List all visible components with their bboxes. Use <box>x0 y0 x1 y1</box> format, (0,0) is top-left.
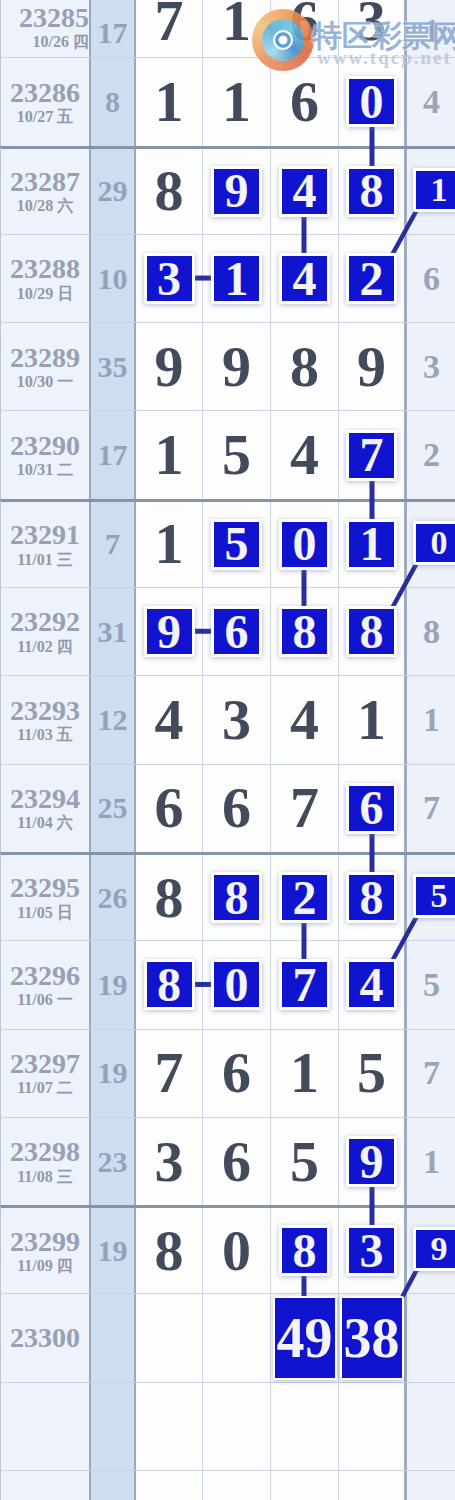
digit-cell: 0 <box>203 941 271 1028</box>
digit-cell: 49 <box>271 1294 339 1381</box>
digit-cell <box>203 1294 271 1381</box>
sum-cell: 29 <box>91 149 136 234</box>
draw-number: 23293 <box>10 696 80 725</box>
draw-date-cell <box>1 1471 91 1500</box>
table-row <box>0 1470 455 1500</box>
draw-date-cell <box>1 1383 91 1470</box>
sum-cell: 17 <box>91 411 136 498</box>
digit-value: 4 <box>290 691 319 749</box>
draw-date: 11/07 二 <box>17 1078 73 1097</box>
highlighted-digit-box: 8 <box>346 166 397 217</box>
tail-cell <box>407 1383 455 1470</box>
digit-value: 7 <box>290 779 319 837</box>
tail-value: 1 <box>423 701 440 739</box>
digit-cell: 38 <box>339 1294 407 1381</box>
draw-date-cell: 2328610/27 五 <box>1 58 91 145</box>
highlighted-digit-box: 4 <box>346 959 397 1010</box>
digit-cell: 8 <box>136 1208 203 1293</box>
table-row: 2329111/01 三71501 <box>0 499 455 587</box>
draw-date: 10/28 六 <box>17 196 73 215</box>
draw-number: 23287 <box>10 167 80 196</box>
highlighted-digit-box: 8 <box>279 1225 330 1276</box>
draw-number: 23299 <box>10 1227 80 1256</box>
highlighted-digit-box: 8 <box>144 959 195 1010</box>
digit-cell: 6 <box>203 1118 271 1205</box>
table-row <box>0 1382 455 1470</box>
digit-value: 5 <box>290 1133 319 1191</box>
digit-cell <box>271 1471 339 1500</box>
highlighted-digit-box: 1 <box>211 253 262 304</box>
digit-cell: 5 <box>203 411 271 498</box>
highlighted-digit-box: 9 <box>211 166 262 217</box>
digit-cell: 7 <box>271 765 339 852</box>
digit-cell: 9 <box>339 323 407 410</box>
digit-cell: 2 <box>271 855 339 940</box>
highlighted-digit-box: 0 <box>346 76 397 127</box>
digit-cell: 7 <box>339 411 407 498</box>
digit-cell: 1 <box>339 502 407 587</box>
digit-value: 3 <box>357 0 386 50</box>
digit-cell: 9 <box>203 149 271 234</box>
digit-cell: 6 <box>271 0 339 57</box>
digit-value: 6 <box>155 779 184 837</box>
highlighted-digit-box: 3 <box>346 1225 397 1276</box>
digit-cell: 4 <box>136 676 203 763</box>
digit-cell: 8 <box>203 855 271 940</box>
tail-cell: 1 <box>407 0 455 57</box>
digit-value: 1 <box>155 515 184 573</box>
digit-cell: 1 <box>203 58 271 145</box>
table-row: 2329711/07 二1976157 <box>0 1029 455 1117</box>
digit-cell: 8 <box>339 855 407 940</box>
digit-cell: 8 <box>271 1208 339 1293</box>
tail-cell: 1 <box>407 1118 455 1205</box>
digit-cell: 0 <box>271 502 339 587</box>
digit-cell: 8 <box>271 588 339 675</box>
highlighted-digit-box: 9 <box>346 1136 397 1187</box>
sum-value: 19 <box>98 1056 128 1090</box>
table-row: 2329211/02 四3196888 <box>0 587 455 675</box>
digit-value: 8 <box>155 1222 184 1280</box>
hint-digit-box: 5 <box>413 874 455 918</box>
digit-cell: 6 <box>271 58 339 145</box>
table-row: 2329911/09 四198083 <box>0 1205 455 1293</box>
digit-cell: 8 <box>339 149 407 234</box>
digit-cell: 6 <box>203 588 271 675</box>
draw-date: 11/05 日 <box>17 903 73 922</box>
draw-number: 23300 <box>10 1323 80 1352</box>
highlighted-digit-box: 9 <box>144 606 195 657</box>
digit-cell: 8 <box>136 149 203 234</box>
digit-value: 1 <box>155 426 184 484</box>
digit-cell: 8 <box>339 588 407 675</box>
digit-cell: 9 <box>339 1118 407 1205</box>
tail-value: 1 <box>423 12 440 50</box>
digit-cell: 0 <box>203 1208 271 1293</box>
tail-value: 7 <box>423 789 440 827</box>
tail-cell: 5 <box>407 941 455 1028</box>
draw-date-cell: 2329211/02 四 <box>1 588 91 675</box>
draw-date: 11/09 四 <box>17 1256 73 1275</box>
sum-value: 26 <box>98 881 128 915</box>
digit-value: 0 <box>222 1222 251 1280</box>
sum-cell: 7 <box>91 502 136 587</box>
highlighted-digit-box: 8 <box>279 606 330 657</box>
hint-digit-box: 9 <box>413 1227 455 1271</box>
draw-date-cell: 23300 <box>1 1294 91 1381</box>
highlighted-digit-box: 3 <box>144 253 195 304</box>
digit-cell: 5 <box>203 502 271 587</box>
highlighted-digit-box: 0 <box>279 519 330 570</box>
tail-value: 1 <box>423 1143 440 1181</box>
draw-number: 23285 <box>19 3 89 32</box>
highlighted-digit-box: 6 <box>211 606 262 657</box>
draw-number: 23295 <box>10 873 80 902</box>
tail-cell: 2 <box>407 411 455 498</box>
tail-value: 3 <box>423 348 440 386</box>
sum-cell: 8 <box>91 58 136 145</box>
sum-value: 10 <box>98 262 128 296</box>
sum-cell: 35 <box>91 323 136 410</box>
digit-cell: 8 <box>136 941 203 1028</box>
digit-cell <box>136 1294 203 1381</box>
digit-cell: 4 <box>339 941 407 1028</box>
draw-number: 23294 <box>10 784 80 813</box>
table-row: 2328910/30 一3599893 <box>0 322 455 410</box>
highlighted-digit-box: 2 <box>279 872 330 923</box>
digit-cell: 1 <box>136 58 203 145</box>
sum-value: 25 <box>98 791 128 825</box>
tail-cell: 1 <box>407 676 455 763</box>
digit-cell: 4 <box>271 676 339 763</box>
digit-cell <box>339 1471 407 1500</box>
sum-cell: 19 <box>91 941 136 1028</box>
tail-cell: 7 <box>407 765 455 852</box>
digit-value: 1 <box>155 73 184 131</box>
tail-value: 2 <box>423 436 440 474</box>
table-row: 2329511/05 日268828 <box>0 852 455 940</box>
digit-value: 6 <box>290 73 319 131</box>
highlighted-digit-box: 2 <box>346 253 397 304</box>
sum-value: 23 <box>98 1145 128 1179</box>
hint-digit-box: 0 <box>413 521 455 565</box>
digit-value: 5 <box>222 426 251 484</box>
digit-cell <box>339 1383 407 1470</box>
draw-number: 23297 <box>10 1049 80 1078</box>
digit-cell: 1 <box>271 1030 339 1117</box>
sum-cell: 25 <box>91 765 136 852</box>
table-row: 2329811/08 三2336591 <box>0 1117 455 1205</box>
digit-value: 8 <box>155 869 184 927</box>
lottery-trend-chart: 2328510/26 四17716312328610/27 五811604232… <box>0 0 455 1500</box>
highlighted-digit-box: 7 <box>279 959 330 1010</box>
draw-date: 10/29 日 <box>17 284 73 303</box>
sum-value: 29 <box>98 174 128 208</box>
digit-value: 8 <box>290 338 319 396</box>
table-row: 2329311/03 五1243411 <box>0 675 455 763</box>
sum-value: 8 <box>105 85 120 119</box>
sum-cell <box>91 1383 136 1470</box>
table-row: 2328710/28 六298948 <box>0 146 455 234</box>
sum-value: 19 <box>98 968 128 1002</box>
sum-cell: 10 <box>91 235 136 322</box>
digit-cell: 9 <box>136 323 203 410</box>
digit-value: 5 <box>357 1044 386 1102</box>
digit-cell: 7 <box>136 1030 203 1117</box>
digit-cell: 6 <box>136 765 203 852</box>
sum-cell: 17 <box>91 0 136 57</box>
digit-value: 6 <box>222 1044 251 1102</box>
digit-cell: 8 <box>271 323 339 410</box>
sum-cell: 12 <box>91 676 136 763</box>
digit-value: 7 <box>155 0 184 50</box>
digit-cell <box>271 1383 339 1470</box>
sum-value: 19 <box>98 1234 128 1268</box>
digit-cell: 7 <box>136 0 203 57</box>
draw-date: 10/27 五 <box>17 107 73 126</box>
draw-number: 23286 <box>10 78 80 107</box>
sum-value: 31 <box>98 615 128 649</box>
table-row: 2329411/04 六2566767 <box>0 764 455 852</box>
draw-date: 11/03 五 <box>17 725 73 744</box>
tail-value: 7 <box>423 1054 440 1092</box>
digit-cell: 2 <box>339 235 407 322</box>
digit-value: 9 <box>222 338 251 396</box>
digit-cell: 4 <box>271 149 339 234</box>
sum-value: 35 <box>98 350 128 384</box>
sum-value: 17 <box>98 438 128 472</box>
highlighted-digit-box: 1 <box>346 519 397 570</box>
digit-cell: 3 <box>339 1208 407 1293</box>
digit-cell: 6 <box>203 1030 271 1117</box>
tail-cell: 8 <box>407 588 455 675</box>
digit-cell <box>136 1383 203 1470</box>
digit-value: 4 <box>155 691 184 749</box>
draw-date: 11/02 四 <box>17 637 73 656</box>
draw-number: 23296 <box>10 961 80 990</box>
table-row: 233004938 <box>0 1293 455 1381</box>
draw-date-cell: 2328510/26 四 <box>1 0 91 57</box>
draw-number: 23290 <box>10 431 80 460</box>
highlighted-digit-box: 5 <box>211 519 262 570</box>
tail-cell <box>407 1294 455 1381</box>
digit-cell: 3 <box>136 235 203 322</box>
digit-cell: 1 <box>339 676 407 763</box>
draw-number: 23288 <box>10 254 80 283</box>
draw-date: 11/06 一 <box>17 990 73 1009</box>
digit-cell: 3 <box>136 1118 203 1205</box>
draw-number: 23291 <box>10 520 80 549</box>
digit-value: 8 <box>155 162 184 220</box>
digit-cell: 1 <box>203 0 271 57</box>
digit-cell: 5 <box>339 1030 407 1117</box>
table-row: 2329010/31 二1715472 <box>0 410 455 498</box>
sum-value: 12 <box>98 703 128 737</box>
digit-cell: 6 <box>203 765 271 852</box>
sum-cell: 19 <box>91 1208 136 1293</box>
tail-value: 5 <box>423 966 440 1004</box>
digit-cell: 0 <box>339 58 407 145</box>
digit-cell: 1 <box>136 411 203 498</box>
digit-value: 3 <box>222 691 251 749</box>
digit-cell: 5 <box>271 1118 339 1205</box>
tail-value: 8 <box>423 613 440 651</box>
digit-cell: 1 <box>203 235 271 322</box>
table-row: 2328810/29 日1031426 <box>0 234 455 322</box>
draw-number: 23292 <box>10 607 80 636</box>
draw-number: 23298 <box>10 1137 80 1166</box>
digit-cell: 3 <box>339 0 407 57</box>
digit-cell <box>203 1383 271 1470</box>
highlighted-digit-box: 8 <box>211 872 262 923</box>
draw-date: 10/31 二 <box>17 460 73 479</box>
digit-value: 4 <box>290 426 319 484</box>
digit-value: 6 <box>290 0 319 50</box>
highlighted-pair-box: 38 <box>340 1296 404 1380</box>
digit-value: 9 <box>155 338 184 396</box>
draw-date: 10/26 四 <box>33 32 89 51</box>
draw-date-cell: 2329711/07 二 <box>1 1030 91 1117</box>
highlighted-pair-box: 49 <box>273 1296 337 1380</box>
tail-cell <box>407 1471 455 1500</box>
tail-cell: 6 <box>407 235 455 322</box>
sum-value: 7 <box>105 527 120 561</box>
draw-date-cell: 2329911/09 四 <box>1 1208 91 1293</box>
highlighted-digit-box: 6 <box>346 783 397 834</box>
tail-value: 6 <box>423 260 440 298</box>
digit-cell <box>136 1471 203 1500</box>
draw-date-cell: 2329411/04 六 <box>1 765 91 852</box>
digit-cell: 8 <box>136 855 203 940</box>
table-row: 2328510/26 四1771631 <box>0 0 455 57</box>
sum-cell: 26 <box>91 855 136 940</box>
digit-cell: 7 <box>271 941 339 1028</box>
draw-date-cell: 2329111/01 三 <box>1 502 91 587</box>
tail-cell: 4 <box>407 58 455 145</box>
digit-value: 1 <box>357 691 386 749</box>
table-row: 2329611/06 一1980745 <box>0 940 455 1028</box>
draw-date-cell: 2328710/28 六 <box>1 149 91 234</box>
digit-value: 3 <box>155 1133 184 1191</box>
sum-cell <box>91 1294 136 1381</box>
sum-cell: 23 <box>91 1118 136 1205</box>
digit-cell: 4 <box>271 411 339 498</box>
digit-value: 9 <box>357 338 386 396</box>
digit-value: 7 <box>155 1044 184 1102</box>
tail-cell: 7 <box>407 1030 455 1117</box>
highlighted-digit-box: 4 <box>279 166 330 217</box>
digit-value: 1 <box>290 1044 319 1102</box>
digit-cell: 9 <box>136 588 203 675</box>
highlighted-digit-box: 4 <box>279 253 330 304</box>
draw-date-cell: 2329311/03 五 <box>1 676 91 763</box>
table-row: 2328610/27 五811604 <box>0 57 455 145</box>
digit-cell: 4 <box>271 235 339 322</box>
highlighted-digit-box: 8 <box>346 872 397 923</box>
sum-cell: 19 <box>91 1030 136 1117</box>
digit-value: 6 <box>222 1133 251 1191</box>
digit-value: 1 <box>222 73 251 131</box>
draw-date-cell: 2329010/31 二 <box>1 411 91 498</box>
draw-date-cell: 2329511/05 日 <box>1 855 91 940</box>
highlighted-digit-box: 8 <box>346 606 397 657</box>
digit-cell: 1 <box>136 502 203 587</box>
highlighted-digit-box: 7 <box>346 430 397 481</box>
digit-value: 6 <box>222 779 251 837</box>
draw-date-cell: 2328910/30 一 <box>1 323 91 410</box>
tail-value: 4 <box>423 83 440 121</box>
tail-cell: 3 <box>407 323 455 410</box>
digit-cell: 6 <box>339 765 407 852</box>
sum-cell: 31 <box>91 588 136 675</box>
draws-table: 2328510/26 四17716312328610/27 五811604232… <box>0 0 455 1500</box>
draw-number: 23289 <box>10 343 80 372</box>
sum-cell <box>91 1471 136 1500</box>
highlighted-digit-box: 0 <box>211 959 262 1010</box>
digit-value: 1 <box>222 0 251 50</box>
draw-date-cell: 2328810/29 日 <box>1 235 91 322</box>
hint-digit-box: 1 <box>413 168 455 212</box>
digit-cell: 3 <box>203 676 271 763</box>
sum-value: 17 <box>98 16 128 50</box>
draw-date: 11/08 三 <box>17 1167 73 1186</box>
draw-date: 10/30 一 <box>17 372 73 391</box>
digit-cell <box>203 1471 271 1500</box>
draw-date-cell: 2329811/08 三 <box>1 1118 91 1205</box>
draw-date-cell: 2329611/06 一 <box>1 941 91 1028</box>
digit-cell: 9 <box>203 323 271 410</box>
draw-date: 11/04 六 <box>17 813 73 832</box>
draw-date: 11/01 三 <box>17 550 73 569</box>
